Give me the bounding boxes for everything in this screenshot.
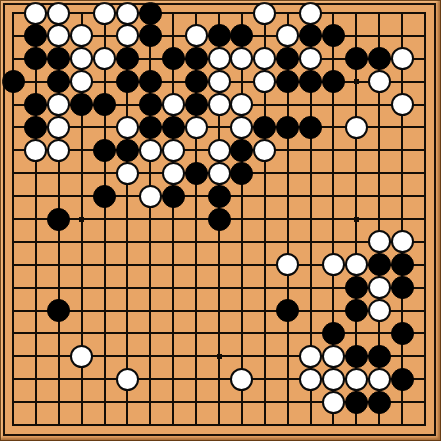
white-stone[interactable] [139,139,162,162]
black-stone[interactable] [24,116,47,139]
grid-horizontal-line [12,12,426,14]
star-point [354,79,359,84]
black-stone[interactable] [368,345,391,368]
black-stone[interactable] [230,24,253,47]
white-stone[interactable] [230,47,253,70]
white-stone[interactable] [299,2,322,25]
white-stone[interactable] [70,47,93,70]
white-stone[interactable] [24,139,47,162]
black-stone[interactable] [185,162,208,185]
white-stone[interactable] [391,93,414,116]
white-stone[interactable] [208,47,231,70]
white-stone[interactable] [47,93,70,116]
white-stone[interactable] [391,230,414,253]
star-point [79,217,84,222]
white-stone[interactable] [24,2,47,25]
black-stone[interactable] [162,116,185,139]
white-stone[interactable] [276,253,299,276]
white-stone[interactable] [185,24,208,47]
white-stone[interactable] [47,139,70,162]
black-stone[interactable] [276,116,299,139]
white-stone[interactable] [368,276,391,299]
white-stone[interactable] [93,2,116,25]
grid-vertical-line [401,12,403,426]
black-stone[interactable] [391,368,414,391]
white-stone[interactable] [299,47,322,70]
black-stone[interactable] [299,116,322,139]
white-stone[interactable] [322,391,345,414]
black-stone[interactable] [345,47,368,70]
black-stone[interactable] [93,93,116,116]
white-stone[interactable] [368,70,391,93]
white-stone[interactable] [162,139,185,162]
white-stone[interactable] [253,70,276,93]
white-stone[interactable] [253,139,276,162]
black-stone[interactable] [368,47,391,70]
black-stone[interactable] [162,185,185,208]
white-stone[interactable] [345,116,368,139]
black-stone[interactable] [116,139,139,162]
white-stone[interactable] [230,368,253,391]
grid-horizontal-line [12,424,426,426]
black-stone[interactable] [93,139,116,162]
white-stone[interactable] [70,24,93,47]
black-stone[interactable] [208,24,231,47]
black-stone[interactable] [276,70,299,93]
black-stone[interactable] [139,2,162,25]
black-stone[interactable] [208,208,231,231]
grid-vertical-line [424,12,426,426]
black-stone[interactable] [24,24,47,47]
white-stone[interactable] [162,93,185,116]
black-stone[interactable] [24,47,47,70]
white-stone[interactable] [47,24,70,47]
white-stone[interactable] [208,93,231,116]
black-stone[interactable] [391,322,414,345]
white-stone[interactable] [368,230,391,253]
white-stone[interactable] [391,47,414,70]
black-stone[interactable] [139,24,162,47]
black-stone[interactable] [47,208,70,231]
grid-vertical-line [172,12,174,426]
grid-horizontal-line [12,241,426,243]
black-stone[interactable] [276,47,299,70]
black-stone[interactable] [185,93,208,116]
black-stone[interactable] [2,70,25,93]
black-stone[interactable] [391,276,414,299]
white-stone[interactable] [116,116,139,139]
black-stone[interactable] [345,345,368,368]
white-stone[interactable] [208,70,231,93]
white-stone[interactable] [70,70,93,93]
white-stone[interactable] [116,368,139,391]
black-stone[interactable] [299,70,322,93]
black-stone[interactable] [345,276,368,299]
white-stone[interactable] [276,24,299,47]
grid-vertical-line [35,12,37,426]
white-stone[interactable] [299,345,322,368]
white-stone[interactable] [47,2,70,25]
black-stone[interactable] [139,70,162,93]
grid-vertical-line [241,12,243,426]
black-stone[interactable] [116,70,139,93]
black-stone[interactable] [322,70,345,93]
white-stone[interactable] [322,345,345,368]
black-stone[interactable] [47,47,70,70]
white-stone[interactable] [139,185,162,208]
white-stone[interactable] [368,368,391,391]
white-stone[interactable] [299,368,322,391]
white-stone[interactable] [208,139,231,162]
black-stone[interactable] [230,139,253,162]
black-stone[interactable] [345,391,368,414]
go-board-screenshot [0,0,441,441]
black-stone[interactable] [322,322,345,345]
white-stone[interactable] [185,116,208,139]
black-stone[interactable] [139,116,162,139]
white-stone[interactable] [253,47,276,70]
black-stone[interactable] [253,116,276,139]
white-stone[interactable] [70,345,93,368]
black-stone[interactable] [322,24,345,47]
black-stone[interactable] [139,93,162,116]
black-stone[interactable] [391,253,414,276]
white-stone[interactable] [230,116,253,139]
grid-horizontal-line [12,332,426,334]
white-stone[interactable] [322,253,345,276]
star-point [354,217,359,222]
black-stone[interactable] [299,24,322,47]
black-stone[interactable] [162,47,185,70]
black-stone[interactable] [208,185,231,208]
white-stone[interactable] [230,93,253,116]
white-stone[interactable] [345,253,368,276]
white-stone[interactable] [93,47,116,70]
go-board[interactable] [0,0,441,441]
black-stone[interactable] [368,391,391,414]
white-stone[interactable] [345,368,368,391]
white-stone[interactable] [116,2,139,25]
white-stone[interactable] [116,162,139,185]
black-stone[interactable] [47,299,70,322]
black-stone[interactable] [276,299,299,322]
black-stone[interactable] [185,47,208,70]
white-stone[interactable] [116,24,139,47]
white-stone[interactable] [253,2,276,25]
white-stone[interactable] [162,162,185,185]
grid-vertical-line [104,12,106,426]
black-stone[interactable] [24,93,47,116]
black-stone[interactable] [47,70,70,93]
black-stone[interactable] [70,93,93,116]
black-stone[interactable] [116,47,139,70]
white-stone[interactable] [47,116,70,139]
black-stone[interactable] [230,162,253,185]
white-stone[interactable] [208,162,231,185]
white-stone[interactable] [322,368,345,391]
black-stone[interactable] [185,70,208,93]
white-stone[interactable] [368,299,391,322]
black-stone[interactable] [345,299,368,322]
black-stone[interactable] [368,253,391,276]
star-point [217,354,222,359]
black-stone[interactable] [93,185,116,208]
